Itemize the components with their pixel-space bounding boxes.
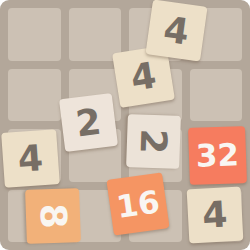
tile-2: 2 bbox=[59, 93, 118, 152]
empty-cell-r1c2 bbox=[69, 8, 122, 61]
tile-4: 4 bbox=[145, 0, 207, 62]
tile-8: 8 bbox=[25, 188, 81, 244]
tile-4: 4 bbox=[187, 187, 244, 244]
tile-4: 4 bbox=[1, 129, 60, 188]
game-board-2048[interactable]: 44224328164 bbox=[0, 0, 250, 250]
tile-16: 16 bbox=[106, 172, 169, 235]
empty-cell-r2c1 bbox=[8, 69, 61, 122]
tile-2: 2 bbox=[126, 114, 181, 169]
empty-cell-r1c1 bbox=[8, 8, 61, 61]
tile-32: 32 bbox=[188, 126, 247, 185]
empty-cell-r2c4 bbox=[190, 69, 243, 122]
